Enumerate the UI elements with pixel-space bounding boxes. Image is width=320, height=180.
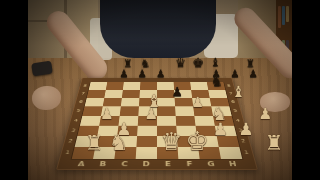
- vignette-overlay: [28, 0, 292, 180]
- photo-area: 87654321 87654321 ABCDEFGH: [28, 0, 292, 180]
- video-frame: 87654321 87654321 ABCDEFGH ♜♞♛♚♝♜♟♟♟♟♟♟♞…: [0, 0, 320, 180]
